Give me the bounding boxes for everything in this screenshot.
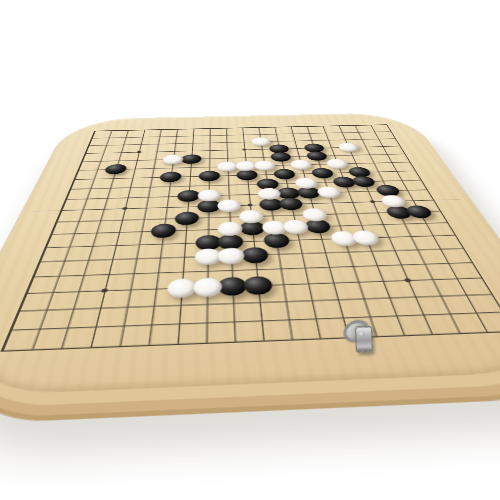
black-stone (159, 172, 182, 183)
white-stone (218, 199, 242, 212)
black-stone (351, 176, 377, 187)
black-stone (243, 276, 273, 295)
white-stone (251, 137, 271, 146)
clasp-plate (355, 326, 373, 353)
white-stone (197, 190, 220, 202)
black-stone (174, 211, 199, 225)
black-stone (279, 198, 304, 211)
white-stone (301, 208, 328, 221)
star-point (242, 149, 246, 151)
black-stone (236, 170, 258, 181)
black-stone (150, 224, 177, 239)
board-scene (0, 0, 500, 500)
black-stone (181, 154, 202, 164)
white-stone (218, 222, 243, 237)
white-stone (218, 247, 245, 264)
product-photo (0, 0, 500, 500)
black-stone (241, 247, 269, 264)
board-grid (0, 124, 500, 351)
white-stone (193, 278, 222, 297)
white-stone (290, 160, 313, 170)
go-board (0, 112, 500, 397)
star-point (247, 204, 252, 207)
star-point (404, 278, 412, 282)
white-stone (239, 210, 264, 224)
black-stone (104, 164, 128, 174)
white-stone (257, 188, 281, 200)
white-stone (254, 161, 276, 171)
white-stone (379, 195, 407, 208)
star-point (122, 207, 128, 210)
black-stone (263, 233, 291, 248)
white-stone (351, 230, 381, 245)
black-stone (310, 168, 334, 179)
metal-clasp (340, 315, 380, 358)
star-point (137, 151, 142, 153)
black-stone (273, 169, 296, 180)
white-stone (326, 159, 350, 169)
black-stone (198, 171, 220, 182)
white-stone (166, 278, 196, 297)
white-stone (162, 155, 183, 165)
white-stone (194, 248, 221, 265)
white-stone (316, 186, 342, 198)
black-stone (305, 151, 328, 161)
white-stone (294, 177, 318, 188)
white-stone (337, 143, 360, 152)
black-stone (197, 200, 221, 213)
black-stone (270, 152, 292, 162)
star-point (101, 288, 108, 292)
star-point (370, 200, 376, 203)
